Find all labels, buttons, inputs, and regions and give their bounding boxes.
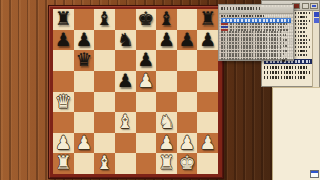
square-c3[interactable]: [94, 112, 115, 133]
square-h2[interactable]: ♟: [197, 133, 218, 154]
black-pawn-e6[interactable]: ♟: [136, 50, 157, 71]
square-h4[interactable]: [197, 92, 218, 113]
black-rook-h8[interactable]: ♜: [197, 9, 218, 30]
square-d2[interactable]: [115, 133, 136, 154]
square-e6[interactable]: ♟: [136, 50, 157, 71]
board-squares: ♜♝♚♝♜♟♟♞♟♟♟♛♟♟♟♛♝♞♟♟♟♟♟♜♝♜♚: [53, 9, 218, 174]
illegible-text-line: [221, 47, 283, 49]
square-c6[interactable]: [94, 50, 115, 71]
illegible-text-line: [221, 39, 288, 41]
square-b6[interactable]: ♛: [74, 50, 95, 71]
square-a2[interactable]: ♟: [53, 133, 74, 154]
square-d7[interactable]: ♞: [115, 30, 136, 51]
black-bishop-f8[interactable]: ♝: [156, 9, 177, 30]
square-g2[interactable]: ♟: [177, 133, 198, 154]
illegible-text-line: [221, 29, 288, 31]
floating-list-window[interactable]: [218, 4, 294, 61]
square-a5[interactable]: [53, 71, 74, 92]
black-bishop-c8[interactable]: ♝: [94, 9, 115, 30]
mini-window-icon[interactable]: [310, 170, 319, 178]
side-pane: [272, 87, 320, 180]
square-e3[interactable]: [136, 112, 157, 133]
text-dashes: [221, 53, 285, 55]
text-dashes: [221, 55, 282, 57]
selected-list-row[interactable]: [221, 18, 291, 23]
square-e2[interactable]: [136, 133, 157, 154]
illegible-text-line: [264, 76, 306, 79]
square-h3[interactable]: [197, 112, 218, 133]
black-rook-a8[interactable]: ♜: [53, 9, 74, 30]
text-dashes: [221, 15, 264, 18]
square-f4[interactable]: [156, 92, 177, 113]
square-a7[interactable]: ♟: [53, 30, 74, 51]
colored-text-fragment: [221, 26, 228, 28]
colored-text-fragment: [221, 29, 228, 31]
text-dashes: [221, 50, 287, 52]
floating-window-title-bar[interactable]: [219, 7, 293, 14]
square-d5[interactable]: ♟: [115, 71, 136, 92]
window-button-blue[interactable]: [310, 3, 318, 9]
black-knight-d7[interactable]: ♞: [115, 30, 136, 51]
illegible-text-line: [221, 58, 288, 60]
square-c7[interactable]: [94, 30, 115, 51]
square-b1[interactable]: [74, 153, 95, 174]
white-bishop-d3[interactable]: ♝: [115, 112, 136, 133]
white-bishop-c1[interactable]: ♝: [94, 153, 115, 174]
square-d1[interactable]: [115, 153, 136, 174]
illegible-text-line: [264, 71, 310, 74]
black-pawn-a7[interactable]: ♟: [53, 30, 74, 51]
square-c4[interactable]: [94, 92, 115, 113]
square-f8[interactable]: ♝: [156, 9, 177, 30]
black-pawn-b7[interactable]: ♟: [74, 30, 95, 51]
colored-text-fragment: [221, 23, 228, 25]
text-dashes: [230, 23, 287, 25]
text-dashes: [264, 76, 306, 79]
square-h5[interactable]: [197, 71, 218, 92]
square-g6[interactable]: [177, 50, 198, 71]
square-g8[interactable]: [177, 9, 198, 30]
square-b3[interactable]: [74, 112, 95, 133]
text-dashes: [264, 71, 310, 74]
square-e7[interactable]: [136, 30, 157, 51]
black-pawn-f7[interactable]: ♟: [156, 30, 177, 51]
square-a1[interactable]: ♜: [53, 153, 74, 174]
square-d8[interactable]: [115, 9, 136, 30]
text-dashes: [230, 29, 288, 31]
bullet-dot-icon: [300, 16, 303, 19]
illegible-text-line: [221, 34, 286, 36]
illegible-text-line: [221, 15, 264, 18]
illegible-text-line: [221, 26, 284, 28]
square-b4[interactable]: [74, 92, 95, 113]
white-rook-a1[interactable]: ♜: [53, 153, 74, 174]
square-a3[interactable]: [53, 112, 74, 133]
illegible-text-line: [221, 23, 287, 25]
square-b7[interactable]: ♟: [74, 30, 95, 51]
white-knight-f3[interactable]: ♞: [156, 112, 177, 133]
square-c2[interactable]: [94, 133, 115, 154]
illegible-text-line: [221, 31, 283, 33]
square-f1[interactable]: ♜: [156, 153, 177, 174]
square-f6[interactable]: [156, 50, 177, 71]
text-dashes: [221, 42, 285, 44]
bullet-dot-icon: [300, 50, 303, 53]
text-dashes: [221, 47, 283, 49]
white-pawn-h2[interactable]: ♟: [197, 133, 218, 154]
illegible-text-line: [221, 50, 287, 52]
square-f3[interactable]: ♞: [156, 112, 177, 133]
text-dashes: [221, 45, 288, 47]
scrollbar[interactable]: [312, 11, 319, 88]
white-king-g1[interactable]: ♚: [177, 153, 198, 174]
floating-window-title-text: [221, 7, 261, 10]
square-g7[interactable]: ♟: [177, 30, 198, 51]
square-e5[interactable]: ♟: [136, 71, 157, 92]
text-dashes: [221, 39, 288, 41]
white-pawn-f2[interactable]: ♟: [156, 133, 177, 154]
square-a6[interactable]: [53, 50, 74, 71]
square-e8[interactable]: ♚: [136, 9, 157, 30]
illegible-text-line: [221, 37, 281, 39]
square-d6[interactable]: [115, 50, 136, 71]
text-dashes: [221, 58, 288, 60]
black-pawn-g7[interactable]: ♟: [177, 30, 198, 51]
text-dashes: [221, 31, 283, 33]
square-e4[interactable]: [136, 92, 157, 113]
text-dashes: [221, 34, 286, 36]
illegible-text-line: [221, 45, 288, 47]
scroll-up-arrow-icon[interactable]: [314, 12, 319, 17]
black-king-e8[interactable]: ♚: [136, 9, 157, 30]
square-h6[interactable]: [197, 50, 218, 71]
text-dashes: [221, 37, 281, 39]
square-c8[interactable]: ♝: [94, 9, 115, 30]
illegible-text-line: [221, 53, 285, 55]
white-pawn-e5[interactable]: ♟: [136, 71, 157, 92]
window-button[interactable]: [302, 3, 309, 9]
square-f5[interactable]: [156, 71, 177, 92]
text-dashes: [230, 26, 284, 28]
square-g5[interactable]: [177, 71, 198, 92]
black-pawn-d5[interactable]: ♟: [115, 71, 136, 92]
illegible-text-line: [264, 66, 308, 69]
square-d3[interactable]: ♝: [115, 112, 136, 133]
floating-window-list: [219, 14, 293, 61]
white-pawn-g2[interactable]: ♟: [177, 133, 198, 154]
square-f2[interactable]: ♟: [156, 133, 177, 154]
white-pawn-b2[interactable]: ♟: [74, 133, 95, 154]
square-e1[interactable]: [136, 153, 157, 174]
chess-board: ♜♝♚♝♜♟♟♞♟♟♟♛♟♟♟♛♝♞♟♟♟♟♟♜♝♜♚: [48, 5, 224, 179]
square-c5[interactable]: [94, 71, 115, 92]
square-b2[interactable]: ♟: [74, 133, 95, 154]
illegible-text-line: [221, 55, 282, 57]
square-d4[interactable]: [115, 92, 136, 113]
black-queen-b6[interactable]: ♛: [74, 50, 95, 71]
square-g3[interactable]: [177, 112, 198, 133]
text-dashes: [223, 19, 289, 22]
square-h8[interactable]: ♜: [197, 9, 218, 30]
square-c1[interactable]: ♝: [94, 153, 115, 174]
square-g1[interactable]: ♚: [177, 153, 198, 174]
square-b5[interactable]: [74, 71, 95, 92]
white-rook-f1[interactable]: ♜: [156, 153, 177, 174]
black-pawn-h7[interactable]: ♟: [197, 30, 218, 51]
white-pawn-a2[interactable]: ♟: [53, 133, 74, 154]
white-queen-a4[interactable]: ♛: [53, 92, 74, 113]
square-a4[interactable]: ♛: [53, 92, 74, 113]
scroll-thumb[interactable]: [314, 18, 319, 23]
screen: ♜♝♚♝♜♟♟♞♟♟♟♛♟♟♟♛♝♞♟♟♟♟♟♜♝♜♚: [0, 0, 320, 180]
square-b8[interactable]: [74, 9, 95, 30]
square-h1[interactable]: [197, 153, 218, 174]
square-g4[interactable]: [177, 92, 198, 113]
square-f7[interactable]: ♟: [156, 30, 177, 51]
square-a8[interactable]: ♜: [53, 9, 74, 30]
illegible-text-line: [221, 42, 285, 44]
text-dashes: [264, 66, 308, 69]
square-h7[interactable]: ♟: [197, 30, 218, 51]
